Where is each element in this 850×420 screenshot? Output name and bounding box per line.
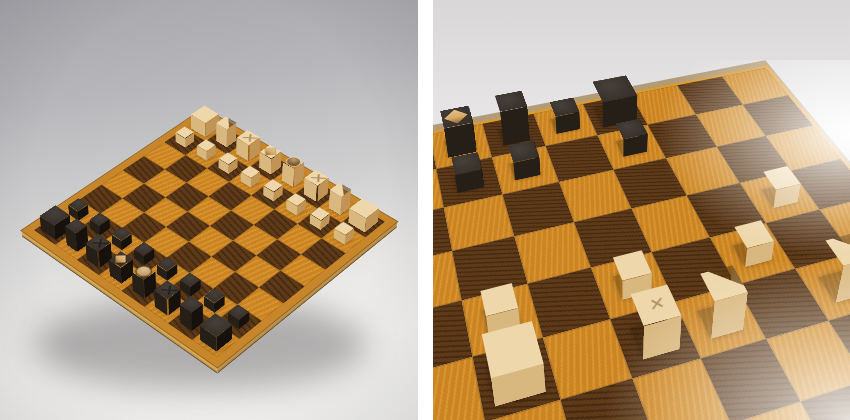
diptych-stage bbox=[0, 0, 850, 420]
photo-left-full-board bbox=[0, 0, 418, 420]
photo-right-closeup bbox=[433, 0, 850, 420]
king-cap-cube bbox=[266, 149, 276, 155]
king-cap-cube bbox=[444, 110, 468, 124]
chessboard-closeup-view bbox=[433, 60, 850, 420]
squares-grid bbox=[34, 115, 385, 357]
piece-face bbox=[499, 106, 529, 145]
chessboard-full-view bbox=[20, 107, 398, 368]
scene-right bbox=[433, 0, 850, 420]
squares-grid bbox=[433, 65, 850, 420]
king-cap-cube bbox=[116, 256, 126, 263]
scene-left bbox=[0, 0, 418, 420]
panel-gap bbox=[418, 0, 433, 420]
